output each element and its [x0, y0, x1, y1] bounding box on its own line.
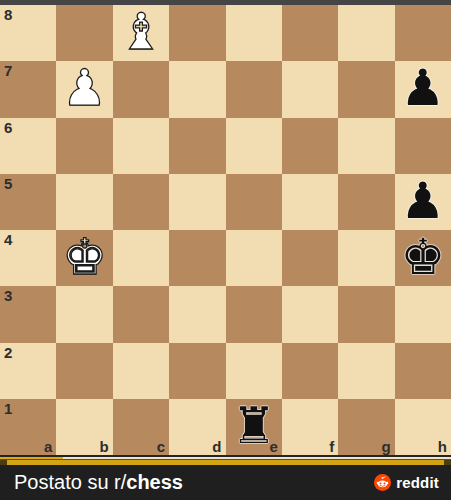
square-d5	[169, 174, 225, 230]
square-c8: ♝	[113, 5, 169, 61]
square-d4	[169, 230, 225, 286]
gold-divider	[0, 459, 451, 465]
square-d6	[169, 118, 225, 174]
square-c6	[113, 118, 169, 174]
square-b7: ♟	[56, 61, 112, 117]
square-a4: 4	[0, 230, 56, 286]
square-b6	[56, 118, 112, 174]
square-h7: ♟	[395, 61, 451, 117]
square-f4	[282, 230, 338, 286]
square-g6	[338, 118, 394, 174]
piece-white-bishop: ♝	[119, 7, 164, 57]
screenshot-frame: 8♝7♟♟65♟4♚♚321abcde♜fgh Postato su r/che…	[0, 0, 451, 500]
square-e3	[226, 286, 282, 342]
square-e1: e♜	[226, 399, 282, 455]
square-g3	[338, 286, 394, 342]
rank-label-3: 3	[4, 288, 12, 303]
square-f5	[282, 174, 338, 230]
rank-label-7: 7	[4, 63, 12, 78]
square-b5	[56, 174, 112, 230]
rank-label-1: 1	[4, 401, 12, 416]
reddit-watermark: reddit	[374, 474, 451, 491]
caption-text: Postato su r/chess	[0, 471, 183, 494]
square-b8	[56, 5, 112, 61]
square-e2	[226, 343, 282, 399]
square-f6	[282, 118, 338, 174]
rank-label-8: 8	[4, 7, 12, 22]
chess-board: 8♝7♟♟65♟4♚♚321abcde♜fgh	[0, 5, 451, 455]
square-d8	[169, 5, 225, 61]
square-a1: 1a	[0, 399, 56, 455]
square-g4	[338, 230, 394, 286]
square-d1: d	[169, 399, 225, 455]
piece-black-pawn: ♟	[400, 176, 445, 226]
square-h6	[395, 118, 451, 174]
square-c7	[113, 61, 169, 117]
square-a3: 3	[0, 286, 56, 342]
file-label-h: h	[438, 439, 447, 454]
square-c1: c	[113, 399, 169, 455]
square-c3	[113, 286, 169, 342]
square-f1: f	[282, 399, 338, 455]
file-label-d: d	[212, 439, 221, 454]
square-h3	[395, 286, 451, 342]
square-a2: 2	[0, 343, 56, 399]
square-a5: 5	[0, 174, 56, 230]
square-b3	[56, 286, 112, 342]
square-b4: ♚	[56, 230, 112, 286]
square-f3	[282, 286, 338, 342]
square-a8: 8	[0, 5, 56, 61]
reddit-wordmark: reddit	[396, 474, 439, 491]
piece-white-king: ♚	[62, 232, 107, 282]
square-g2	[338, 343, 394, 399]
caption-bar: Postato su r/chess reddit	[0, 465, 451, 500]
square-b1: b	[56, 399, 112, 455]
piece-white-pawn: ♟	[62, 63, 107, 113]
square-a7: 7	[0, 61, 56, 117]
caption-prefix: Postato su r/	[14, 471, 126, 493]
file-label-g: g	[381, 439, 390, 454]
square-f7	[282, 61, 338, 117]
file-label-a: a	[44, 439, 52, 454]
rank-label-6: 6	[4, 120, 12, 135]
square-h8	[395, 5, 451, 61]
square-f2	[282, 343, 338, 399]
square-g1: g	[338, 399, 394, 455]
file-label-b: b	[100, 439, 109, 454]
square-e7	[226, 61, 282, 117]
rank-label-2: 2	[4, 345, 12, 360]
square-g5	[338, 174, 394, 230]
rank-label-5: 5	[4, 176, 12, 191]
square-d3	[169, 286, 225, 342]
square-h4: ♚	[395, 230, 451, 286]
reddit-snoo-icon	[374, 474, 391, 491]
file-label-f: f	[329, 439, 334, 454]
caption-community: chess	[126, 471, 183, 493]
square-b2	[56, 343, 112, 399]
square-h5: ♟	[395, 174, 451, 230]
square-h2	[395, 343, 451, 399]
square-g8	[338, 5, 394, 61]
square-a6: 6	[0, 118, 56, 174]
square-c5	[113, 174, 169, 230]
square-e8	[226, 5, 282, 61]
piece-black-rook: ♜	[231, 401, 276, 451]
square-d2	[169, 343, 225, 399]
rank-label-4: 4	[4, 232, 12, 247]
file-label-c: c	[157, 439, 165, 454]
square-e6	[226, 118, 282, 174]
square-f8	[282, 5, 338, 61]
square-h1: h	[395, 399, 451, 455]
piece-black-pawn: ♟	[400, 63, 445, 113]
square-c2	[113, 343, 169, 399]
square-d7	[169, 61, 225, 117]
square-g7	[338, 61, 394, 117]
square-e4	[226, 230, 282, 286]
square-e5	[226, 174, 282, 230]
piece-black-king: ♚	[400, 232, 445, 282]
square-c4	[113, 230, 169, 286]
